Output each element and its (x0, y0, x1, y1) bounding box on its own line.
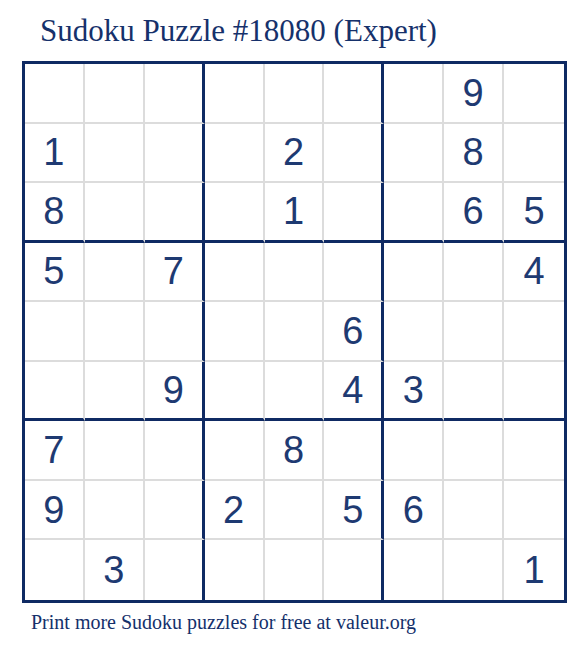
cell-r2c5: 2 (265, 124, 325, 184)
cell-r8c2 (85, 481, 145, 541)
cell-r5c6: 6 (324, 302, 384, 362)
cell-r9c5 (265, 540, 325, 600)
cell-r5c3 (145, 302, 205, 362)
cell-r6c1 (25, 362, 85, 422)
cell-r7c4 (205, 421, 265, 481)
cell-r1c5 (265, 64, 325, 124)
cell-r6c2 (85, 362, 145, 422)
cell-r2c7 (384, 124, 444, 184)
cell-r9c7 (384, 540, 444, 600)
cell-r7c2 (85, 421, 145, 481)
sudoku-board: 91288165574694378925631 (22, 61, 567, 603)
cell-r1c3 (145, 64, 205, 124)
cell-r1c2 (85, 64, 145, 124)
cell-r5c2 (85, 302, 145, 362)
cell-r4c6 (324, 243, 384, 303)
cell-r7c5: 8 (265, 421, 325, 481)
footer-text: Print more Sudoku puzzles for free at va… (31, 611, 416, 634)
cell-r8c9 (504, 481, 564, 541)
cell-r5c5 (265, 302, 325, 362)
cell-r8c7: 6 (384, 481, 444, 541)
cell-r6c8 (444, 362, 504, 422)
cell-r1c1 (25, 64, 85, 124)
cell-r8c1: 9 (25, 481, 85, 541)
cell-r3c8: 6 (444, 183, 504, 243)
page-title: Sudoku Puzzle #18080 (Expert) (40, 13, 437, 49)
cell-r3c4 (205, 183, 265, 243)
cell-r5c8 (444, 302, 504, 362)
cell-r3c9: 5 (504, 183, 564, 243)
cell-r4c5 (265, 243, 325, 303)
cell-r6c4 (205, 362, 265, 422)
cell-r2c9 (504, 124, 564, 184)
cell-r6c6: 4 (324, 362, 384, 422)
cell-r9c9: 1 (504, 540, 564, 600)
cell-r4c4 (205, 243, 265, 303)
cell-r2c1: 1 (25, 124, 85, 184)
cell-r3c1: 8 (25, 183, 85, 243)
cell-r6c5 (265, 362, 325, 422)
cell-r7c8 (444, 421, 504, 481)
cell-r3c5: 1 (265, 183, 325, 243)
cell-r8c3 (145, 481, 205, 541)
cell-r3c7 (384, 183, 444, 243)
cell-r4c3: 7 (145, 243, 205, 303)
cell-r6c7: 3 (384, 362, 444, 422)
cell-r2c8: 8 (444, 124, 504, 184)
cell-r9c3 (145, 540, 205, 600)
cell-r7c3 (145, 421, 205, 481)
cell-r6c9 (504, 362, 564, 422)
cell-r8c6: 5 (324, 481, 384, 541)
cell-r4c7 (384, 243, 444, 303)
cell-r8c8 (444, 481, 504, 541)
cell-r4c1: 5 (25, 243, 85, 303)
cell-r9c6 (324, 540, 384, 600)
cell-r2c6 (324, 124, 384, 184)
cell-r4c2 (85, 243, 145, 303)
cell-r9c4 (205, 540, 265, 600)
cell-r6c3: 9 (145, 362, 205, 422)
cell-r1c4 (205, 64, 265, 124)
cell-r7c1: 7 (25, 421, 85, 481)
cell-r7c9 (504, 421, 564, 481)
cell-r5c9 (504, 302, 564, 362)
cell-r1c9 (504, 64, 564, 124)
cell-r4c9: 4 (504, 243, 564, 303)
cell-r2c3 (145, 124, 205, 184)
cell-r5c1 (25, 302, 85, 362)
cell-r1c8: 9 (444, 64, 504, 124)
cell-r7c7 (384, 421, 444, 481)
cell-r2c4 (205, 124, 265, 184)
cell-r1c6 (324, 64, 384, 124)
cell-r7c6 (324, 421, 384, 481)
cell-r8c4: 2 (205, 481, 265, 541)
cell-r2c2 (85, 124, 145, 184)
cell-r9c2: 3 (85, 540, 145, 600)
cell-r9c1 (25, 540, 85, 600)
cell-r1c7 (384, 64, 444, 124)
cell-r5c4 (205, 302, 265, 362)
cell-r5c7 (384, 302, 444, 362)
cell-r3c6 (324, 183, 384, 243)
cell-r8c5 (265, 481, 325, 541)
cell-r4c8 (444, 243, 504, 303)
cell-r3c3 (145, 183, 205, 243)
cell-r9c8 (444, 540, 504, 600)
cell-r3c2 (85, 183, 145, 243)
